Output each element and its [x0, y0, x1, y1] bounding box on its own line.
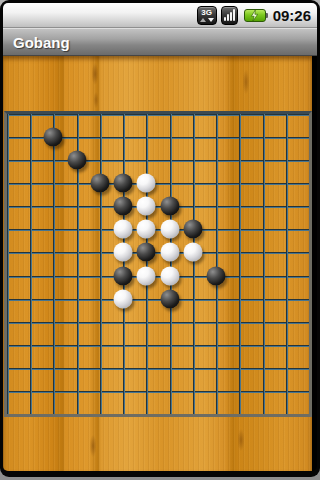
white-stone	[183, 243, 202, 262]
clock: 09:26	[273, 3, 311, 28]
lightning-bolt-icon	[250, 10, 259, 21]
status-bar: 3G 09:26	[3, 3, 317, 28]
white-stone	[160, 220, 179, 239]
white-stone	[137, 266, 156, 285]
black-stone	[114, 266, 133, 285]
black-stone	[44, 128, 63, 147]
arrow-down-icon	[208, 18, 214, 22]
black-stone	[207, 266, 226, 285]
screen: 3G 09:26	[3, 3, 317, 471]
black-stone	[114, 174, 133, 193]
white-stone	[137, 220, 156, 239]
title-bar: Gobang	[3, 28, 317, 56]
arrow-up-icon	[200, 18, 206, 22]
black-stone	[160, 289, 179, 308]
black-stone	[183, 220, 202, 239]
black-stone	[90, 174, 109, 193]
battery-charging-icon	[244, 9, 266, 22]
data-traffic-arrows-icon	[200, 18, 214, 22]
black-stone	[160, 197, 179, 216]
device-frame: 3G 09:26	[0, 0, 320, 477]
black-stone	[67, 151, 86, 170]
signal-strength-icon	[221, 6, 238, 25]
screenshot: 3G 09:26	[0, 0, 320, 480]
white-stone	[114, 289, 133, 308]
white-stone	[160, 243, 179, 262]
board-background	[3, 56, 312, 471]
white-stone	[137, 174, 156, 193]
3g-label: 3G	[201, 9, 212, 17]
black-stone	[114, 197, 133, 216]
3g-network-icon: 3G	[197, 6, 217, 25]
white-stone	[114, 243, 133, 262]
app-title: Gobang	[13, 34, 70, 51]
gobang-board[interactable]	[4, 111, 312, 417]
white-stone	[137, 197, 156, 216]
white-stone	[114, 220, 133, 239]
white-stone	[160, 266, 179, 285]
black-stone	[137, 243, 156, 262]
